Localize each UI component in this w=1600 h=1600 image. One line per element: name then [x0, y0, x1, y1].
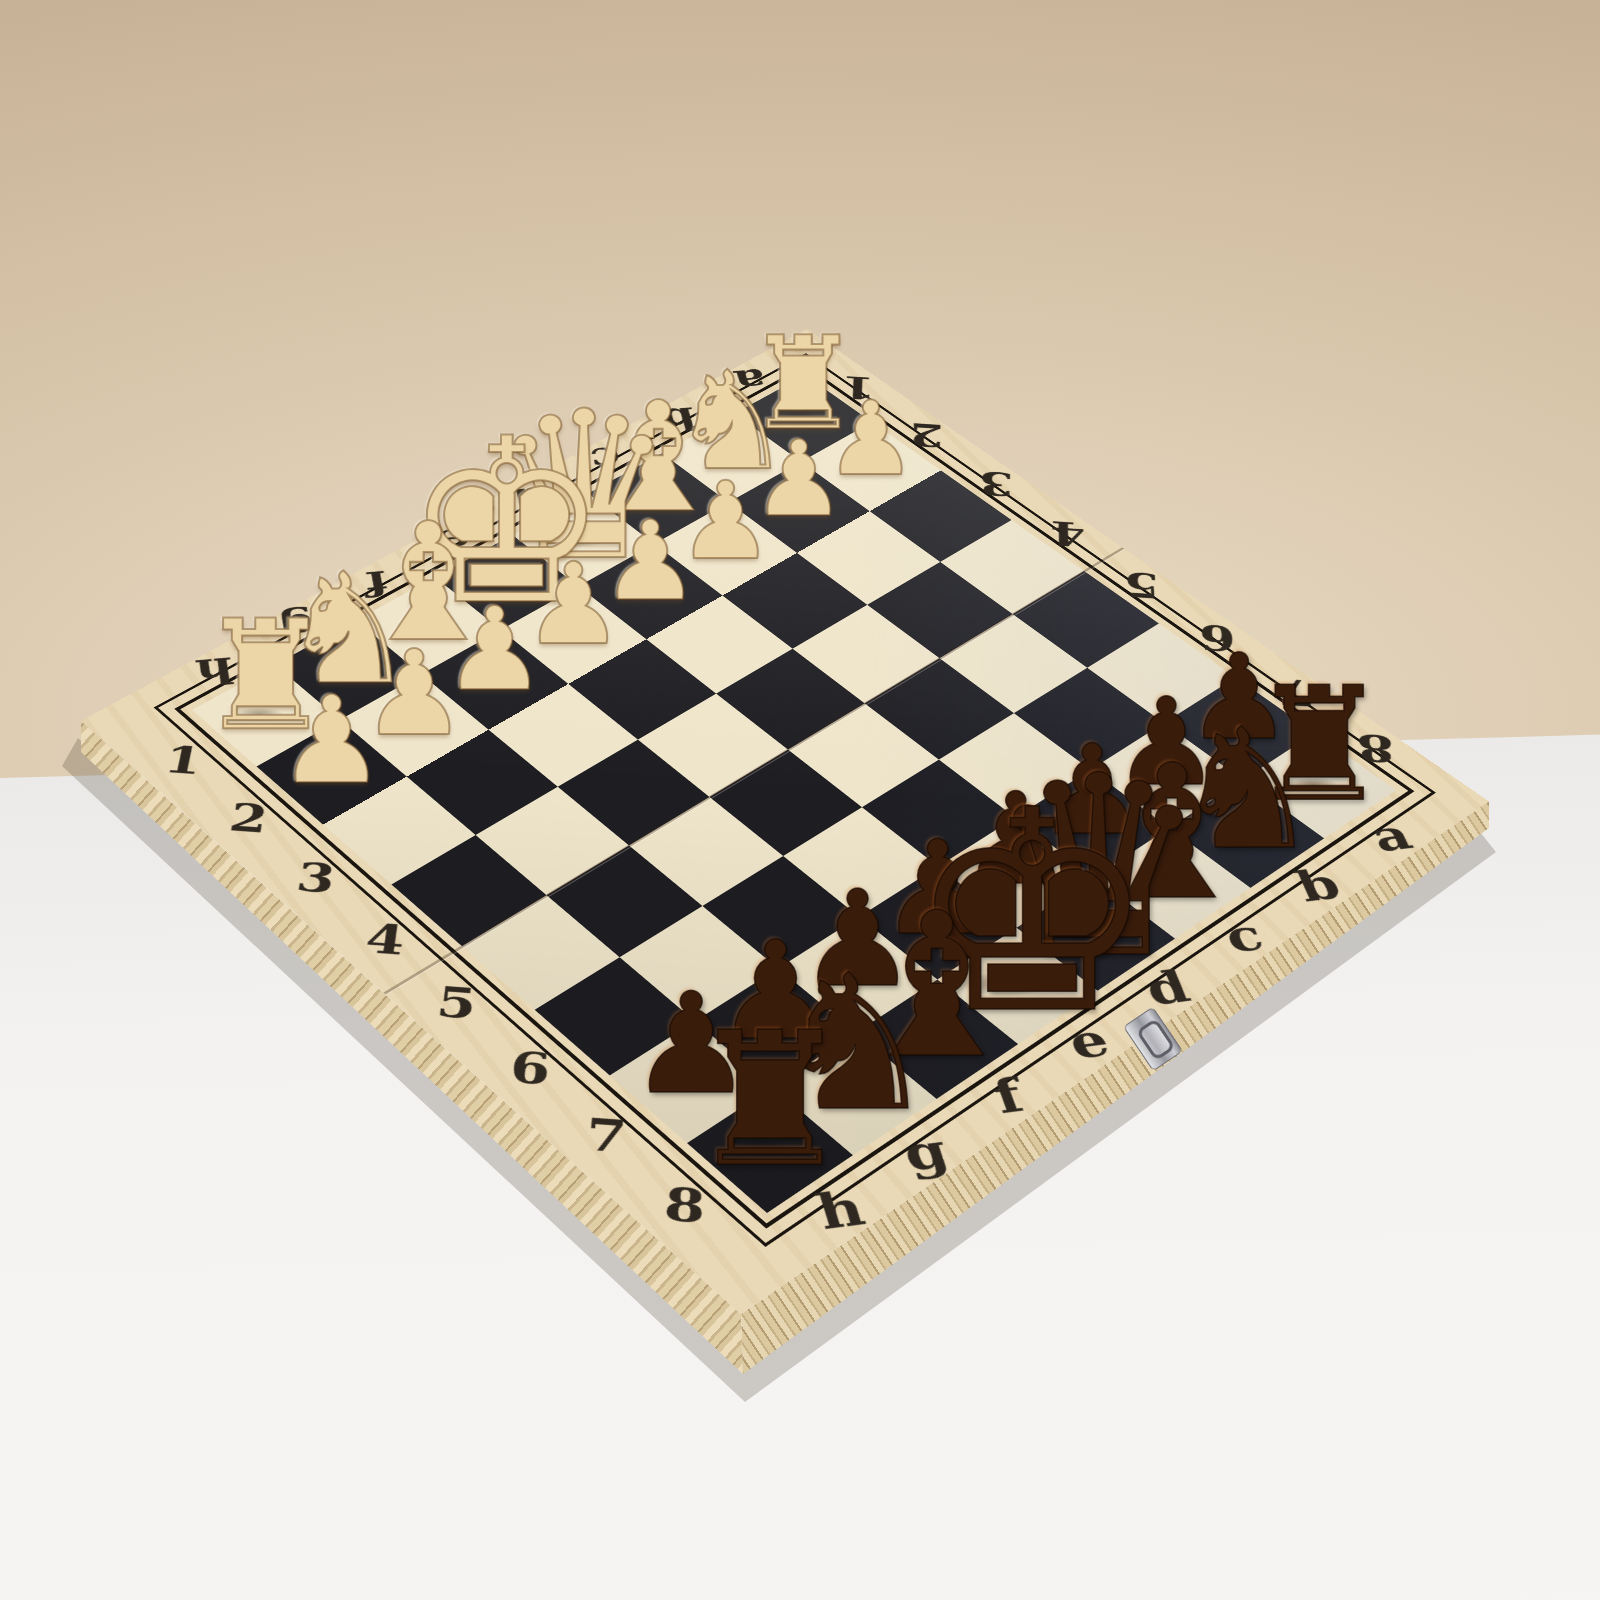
- piece-shadow-f2: [464, 672, 515, 686]
- chess-set-photo: 12345678hgfedcbahgfedcba12345678 ♜♞♝♛♚♝♞…: [0, 0, 1600, 1600]
- file-label-mirror-g: g: [257, 599, 336, 653]
- piece-shadow-g8: [805, 1081, 888, 1104]
- rank-label-2: 2: [206, 790, 291, 848]
- rank-label-mirror-2: 2: [892, 411, 961, 459]
- piece-shadow-e8: [943, 967, 1067, 1001]
- piece-shadow-a7: [1208, 720, 1261, 734]
- piece-shadow-d7: [982, 864, 1039, 880]
- file-label-mirror-b: b: [639, 395, 718, 443]
- piece-shadow-f1: [385, 615, 458, 635]
- piece-shadow-g7: [739, 1018, 800, 1035]
- rank-label-1: 1: [141, 732, 225, 789]
- rank-label-5: 5: [413, 971, 499, 1035]
- piece-shadow-g2: [383, 717, 436, 731]
- piece-shadow-c7: [1059, 815, 1114, 830]
- file-label-mirror-c: c: [566, 434, 645, 483]
- piece-shadow-a2: [844, 459, 890, 472]
- piece-shadow-b7: [1134, 767, 1188, 782]
- rank-label-mirror-6: 6: [1180, 611, 1256, 664]
- file-label-mirror-a: a: [711, 357, 790, 404]
- piece-shadow-b8: [1202, 822, 1276, 842]
- rank-label-3: 3: [273, 848, 358, 908]
- piece-shadow-e7: [903, 914, 961, 930]
- piece-shadow-g1: [307, 660, 375, 679]
- piece-shadow-c8: [1123, 870, 1206, 893]
- file-label-mirror-f: f: [337, 557, 416, 610]
- piece-shadow-h8: [721, 1137, 804, 1160]
- piece-shadow-b2: [771, 500, 818, 513]
- rank-label-mirror-8: 8: [1336, 720, 1417, 776]
- piece-shadow-d1: [529, 526, 620, 551]
- piece-shadow-h1: [225, 705, 293, 724]
- piece-shadow-f8: [884, 1025, 973, 1049]
- rank-label-7: 7: [563, 1102, 650, 1170]
- piece-shadow-e2: [543, 627, 593, 641]
- rank-label-mirror-7: 7: [1257, 665, 1335, 720]
- piece-shadow-e1: [446, 567, 548, 595]
- piece-shadow-c1: [618, 488, 686, 507]
- rank-label-mirror-5: 5: [1105, 559, 1179, 611]
- piece-shadow-d8: [1029, 917, 1141, 948]
- rank-label-mirror-3: 3: [961, 459, 1031, 508]
- rank-label-8: 8: [641, 1171, 728, 1241]
- piece-shadow-a1: [769, 410, 826, 426]
- rank-label-mirror-1: 1: [824, 364, 893, 410]
- rank-label-4: 4: [342, 909, 428, 971]
- file-label-mirror-h: h: [175, 643, 254, 698]
- file-label-mirror-e: e: [415, 515, 494, 567]
- piece-shadow-b1: [695, 449, 756, 466]
- piece-shadow-a8: [1277, 775, 1347, 794]
- piece-shadow-c2: [697, 541, 745, 554]
- file-label-mirror-d: d: [491, 474, 570, 525]
- rank-label-6: 6: [487, 1036, 573, 1102]
- piece-shadow-f7: [822, 965, 881, 981]
- rank-label-mirror-4: 4: [1032, 508, 1104, 558]
